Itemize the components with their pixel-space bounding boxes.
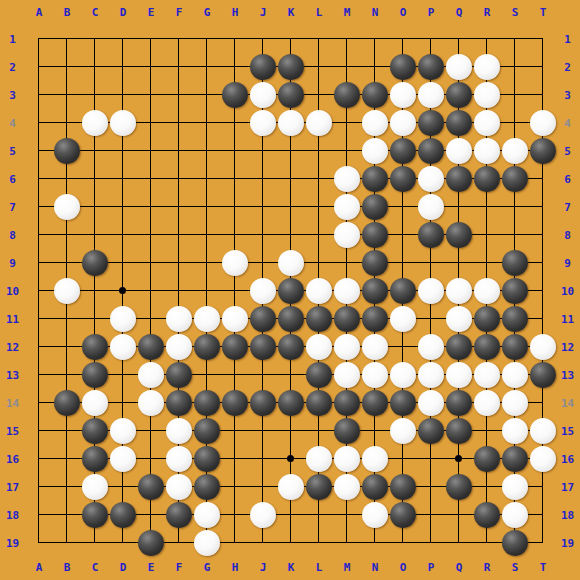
intersection-M18[interactable] <box>333 501 361 529</box>
intersection-O11[interactable] <box>389 305 417 333</box>
intersection-S2[interactable] <box>501 53 529 81</box>
intersection-C10[interactable] <box>81 277 109 305</box>
intersection-L6[interactable] <box>305 165 333 193</box>
intersection-S6[interactable] <box>501 165 529 193</box>
intersection-R9[interactable] <box>473 249 501 277</box>
intersection-D11[interactable] <box>109 305 137 333</box>
intersection-K2[interactable] <box>277 53 305 81</box>
intersection-D19[interactable] <box>109 529 137 557</box>
intersection-J2[interactable] <box>249 53 277 81</box>
intersection-S9[interactable] <box>501 249 529 277</box>
intersection-A9[interactable] <box>25 249 53 277</box>
intersection-P7[interactable] <box>417 193 445 221</box>
intersection-B14[interactable] <box>53 389 81 417</box>
intersection-K11[interactable] <box>277 305 305 333</box>
intersection-K12[interactable] <box>277 333 305 361</box>
intersection-R18[interactable] <box>473 501 501 529</box>
intersection-K8[interactable] <box>277 221 305 249</box>
intersection-R15[interactable] <box>473 417 501 445</box>
intersection-R14[interactable] <box>473 389 501 417</box>
intersection-G18[interactable] <box>193 501 221 529</box>
intersection-T16[interactable] <box>529 445 557 473</box>
intersection-K15[interactable] <box>277 417 305 445</box>
intersection-B12[interactable] <box>53 333 81 361</box>
intersection-R10[interactable] <box>473 277 501 305</box>
intersection-D13[interactable] <box>109 361 137 389</box>
intersection-E9[interactable] <box>137 249 165 277</box>
intersection-S18[interactable] <box>501 501 529 529</box>
intersection-H1[interactable] <box>221 25 249 53</box>
intersection-H4[interactable] <box>221 109 249 137</box>
intersection-H13[interactable] <box>221 361 249 389</box>
intersection-P3[interactable] <box>417 81 445 109</box>
intersection-M11[interactable] <box>333 305 361 333</box>
intersection-P16[interactable] <box>417 445 445 473</box>
intersection-T5[interactable] <box>529 137 557 165</box>
intersection-A14[interactable] <box>25 389 53 417</box>
intersection-S14[interactable] <box>501 389 529 417</box>
intersection-T10[interactable] <box>529 277 557 305</box>
intersection-P6[interactable] <box>417 165 445 193</box>
intersection-P4[interactable] <box>417 109 445 137</box>
intersection-O1[interactable] <box>389 25 417 53</box>
intersection-J16[interactable] <box>249 445 277 473</box>
intersection-J12[interactable] <box>249 333 277 361</box>
intersection-H11[interactable] <box>221 305 249 333</box>
intersection-L8[interactable] <box>305 221 333 249</box>
intersection-F10[interactable] <box>165 277 193 305</box>
intersection-Q12[interactable] <box>445 333 473 361</box>
intersection-E3[interactable] <box>137 81 165 109</box>
intersection-N6[interactable] <box>361 165 389 193</box>
intersection-D7[interactable] <box>109 193 137 221</box>
intersection-B10[interactable] <box>53 277 81 305</box>
intersection-R6[interactable] <box>473 165 501 193</box>
intersection-L3[interactable] <box>305 81 333 109</box>
intersection-G15[interactable] <box>193 417 221 445</box>
intersection-D15[interactable] <box>109 417 137 445</box>
intersection-A18[interactable] <box>25 501 53 529</box>
intersection-R2[interactable] <box>473 53 501 81</box>
intersection-P10[interactable] <box>417 277 445 305</box>
intersection-D8[interactable] <box>109 221 137 249</box>
intersection-D18[interactable] <box>109 501 137 529</box>
intersection-B2[interactable] <box>53 53 81 81</box>
intersection-E10[interactable] <box>137 277 165 305</box>
intersection-P18[interactable] <box>417 501 445 529</box>
intersection-D2[interactable] <box>109 53 137 81</box>
intersection-S4[interactable] <box>501 109 529 137</box>
intersection-E12[interactable] <box>137 333 165 361</box>
intersection-E6[interactable] <box>137 165 165 193</box>
intersection-G7[interactable] <box>193 193 221 221</box>
intersection-C7[interactable] <box>81 193 109 221</box>
intersection-M16[interactable] <box>333 445 361 473</box>
intersection-G3[interactable] <box>193 81 221 109</box>
intersection-K6[interactable] <box>277 165 305 193</box>
intersection-C2[interactable] <box>81 53 109 81</box>
intersection-J19[interactable] <box>249 529 277 557</box>
intersection-H19[interactable] <box>221 529 249 557</box>
intersection-D4[interactable] <box>109 109 137 137</box>
intersection-M12[interactable] <box>333 333 361 361</box>
intersection-K9[interactable] <box>277 249 305 277</box>
intersection-S3[interactable] <box>501 81 529 109</box>
intersection-L15[interactable] <box>305 417 333 445</box>
intersection-S15[interactable] <box>501 417 529 445</box>
intersection-L10[interactable] <box>305 277 333 305</box>
intersection-E16[interactable] <box>137 445 165 473</box>
intersection-P9[interactable] <box>417 249 445 277</box>
intersection-S12[interactable] <box>501 333 529 361</box>
intersection-R8[interactable] <box>473 221 501 249</box>
intersection-P15[interactable] <box>417 417 445 445</box>
intersection-C11[interactable] <box>81 305 109 333</box>
intersection-C12[interactable] <box>81 333 109 361</box>
intersection-L19[interactable] <box>305 529 333 557</box>
intersection-R4[interactable] <box>473 109 501 137</box>
intersection-J3[interactable] <box>249 81 277 109</box>
intersection-H10[interactable] <box>221 277 249 305</box>
intersection-B19[interactable] <box>53 529 81 557</box>
intersection-D12[interactable] <box>109 333 137 361</box>
intersection-R12[interactable] <box>473 333 501 361</box>
intersection-L5[interactable] <box>305 137 333 165</box>
intersection-E14[interactable] <box>137 389 165 417</box>
intersection-N13[interactable] <box>361 361 389 389</box>
intersection-F9[interactable] <box>165 249 193 277</box>
intersection-B6[interactable] <box>53 165 81 193</box>
intersection-L18[interactable] <box>305 501 333 529</box>
intersection-Q19[interactable] <box>445 529 473 557</box>
intersection-K13[interactable] <box>277 361 305 389</box>
intersection-B18[interactable] <box>53 501 81 529</box>
intersection-N14[interactable] <box>361 389 389 417</box>
intersection-H17[interactable] <box>221 473 249 501</box>
intersection-M3[interactable] <box>333 81 361 109</box>
intersection-P12[interactable] <box>417 333 445 361</box>
intersection-S5[interactable] <box>501 137 529 165</box>
intersection-B5[interactable] <box>53 137 81 165</box>
intersection-O8[interactable] <box>389 221 417 249</box>
intersection-D6[interactable] <box>109 165 137 193</box>
intersection-M10[interactable] <box>333 277 361 305</box>
intersection-T2[interactable] <box>529 53 557 81</box>
intersection-G10[interactable] <box>193 277 221 305</box>
intersection-O17[interactable] <box>389 473 417 501</box>
intersection-L17[interactable] <box>305 473 333 501</box>
intersection-A19[interactable] <box>25 529 53 557</box>
intersection-C3[interactable] <box>81 81 109 109</box>
intersection-A6[interactable] <box>25 165 53 193</box>
intersection-N4[interactable] <box>361 109 389 137</box>
intersection-M17[interactable] <box>333 473 361 501</box>
intersection-Q9[interactable] <box>445 249 473 277</box>
intersection-A2[interactable] <box>25 53 53 81</box>
intersection-B15[interactable] <box>53 417 81 445</box>
intersection-K18[interactable] <box>277 501 305 529</box>
intersection-M19[interactable] <box>333 529 361 557</box>
intersection-P8[interactable] <box>417 221 445 249</box>
intersection-B13[interactable] <box>53 361 81 389</box>
intersection-L12[interactable] <box>305 333 333 361</box>
intersection-K19[interactable] <box>277 529 305 557</box>
intersection-Q18[interactable] <box>445 501 473 529</box>
intersection-E13[interactable] <box>137 361 165 389</box>
intersection-B4[interactable] <box>53 109 81 137</box>
intersection-L16[interactable] <box>305 445 333 473</box>
intersection-T4[interactable] <box>529 109 557 137</box>
intersection-M14[interactable] <box>333 389 361 417</box>
intersection-P17[interactable] <box>417 473 445 501</box>
intersection-G6[interactable] <box>193 165 221 193</box>
intersection-B1[interactable] <box>53 25 81 53</box>
intersection-Q13[interactable] <box>445 361 473 389</box>
intersection-N17[interactable] <box>361 473 389 501</box>
intersection-G1[interactable] <box>193 25 221 53</box>
intersection-H8[interactable] <box>221 221 249 249</box>
intersection-G2[interactable] <box>193 53 221 81</box>
intersection-P14[interactable] <box>417 389 445 417</box>
intersection-L2[interactable] <box>305 53 333 81</box>
intersection-H18[interactable] <box>221 501 249 529</box>
intersection-A13[interactable] <box>25 361 53 389</box>
intersection-F15[interactable] <box>165 417 193 445</box>
intersection-R17[interactable] <box>473 473 501 501</box>
intersection-N7[interactable] <box>361 193 389 221</box>
intersection-K4[interactable] <box>277 109 305 137</box>
intersection-A10[interactable] <box>25 277 53 305</box>
intersection-R13[interactable] <box>473 361 501 389</box>
intersection-O15[interactable] <box>389 417 417 445</box>
intersection-Q6[interactable] <box>445 165 473 193</box>
intersection-T12[interactable] <box>529 333 557 361</box>
intersection-N3[interactable] <box>361 81 389 109</box>
intersection-T8[interactable] <box>529 221 557 249</box>
intersection-K7[interactable] <box>277 193 305 221</box>
intersection-T13[interactable] <box>529 361 557 389</box>
intersection-R7[interactable] <box>473 193 501 221</box>
intersection-T7[interactable] <box>529 193 557 221</box>
intersection-F11[interactable] <box>165 305 193 333</box>
intersection-N2[interactable] <box>361 53 389 81</box>
intersection-J10[interactable] <box>249 277 277 305</box>
intersection-A4[interactable] <box>25 109 53 137</box>
intersection-K14[interactable] <box>277 389 305 417</box>
intersection-C4[interactable] <box>81 109 109 137</box>
intersection-H7[interactable] <box>221 193 249 221</box>
intersection-M15[interactable] <box>333 417 361 445</box>
intersection-M6[interactable] <box>333 165 361 193</box>
intersection-S11[interactable] <box>501 305 529 333</box>
intersection-G4[interactable] <box>193 109 221 137</box>
intersection-Q2[interactable] <box>445 53 473 81</box>
intersection-M7[interactable] <box>333 193 361 221</box>
intersection-N5[interactable] <box>361 137 389 165</box>
intersection-Q17[interactable] <box>445 473 473 501</box>
intersection-C13[interactable] <box>81 361 109 389</box>
intersection-O12[interactable] <box>389 333 417 361</box>
intersection-B17[interactable] <box>53 473 81 501</box>
intersection-Q15[interactable] <box>445 417 473 445</box>
intersection-H9[interactable] <box>221 249 249 277</box>
intersection-E11[interactable] <box>137 305 165 333</box>
intersection-R3[interactable] <box>473 81 501 109</box>
intersection-C19[interactable] <box>81 529 109 557</box>
intersection-E7[interactable] <box>137 193 165 221</box>
intersection-J6[interactable] <box>249 165 277 193</box>
intersection-F7[interactable] <box>165 193 193 221</box>
intersection-E5[interactable] <box>137 137 165 165</box>
intersection-G13[interactable] <box>193 361 221 389</box>
intersection-O2[interactable] <box>389 53 417 81</box>
intersection-J9[interactable] <box>249 249 277 277</box>
intersection-K17[interactable] <box>277 473 305 501</box>
intersection-T1[interactable] <box>529 25 557 53</box>
intersection-F14[interactable] <box>165 389 193 417</box>
intersection-T3[interactable] <box>529 81 557 109</box>
intersection-B11[interactable] <box>53 305 81 333</box>
intersection-L11[interactable] <box>305 305 333 333</box>
intersection-D14[interactable] <box>109 389 137 417</box>
intersection-N1[interactable] <box>361 25 389 53</box>
intersection-P1[interactable] <box>417 25 445 53</box>
intersection-D3[interactable] <box>109 81 137 109</box>
intersection-N10[interactable] <box>361 277 389 305</box>
intersection-S16[interactable] <box>501 445 529 473</box>
intersection-O16[interactable] <box>389 445 417 473</box>
intersection-H16[interactable] <box>221 445 249 473</box>
intersection-L1[interactable] <box>305 25 333 53</box>
intersection-F19[interactable] <box>165 529 193 557</box>
intersection-F5[interactable] <box>165 137 193 165</box>
intersection-J18[interactable] <box>249 501 277 529</box>
intersection-C9[interactable] <box>81 249 109 277</box>
intersection-M5[interactable] <box>333 137 361 165</box>
intersection-A8[interactable] <box>25 221 53 249</box>
intersection-K3[interactable] <box>277 81 305 109</box>
intersection-F6[interactable] <box>165 165 193 193</box>
intersection-R1[interactable] <box>473 25 501 53</box>
intersection-Q10[interactable] <box>445 277 473 305</box>
intersection-L14[interactable] <box>305 389 333 417</box>
intersection-T19[interactable] <box>529 529 557 557</box>
intersection-L4[interactable] <box>305 109 333 137</box>
intersection-E18[interactable] <box>137 501 165 529</box>
intersection-A12[interactable] <box>25 333 53 361</box>
intersection-Q11[interactable] <box>445 305 473 333</box>
intersection-B7[interactable] <box>53 193 81 221</box>
intersection-M2[interactable] <box>333 53 361 81</box>
intersection-F4[interactable] <box>165 109 193 137</box>
intersection-S17[interactable] <box>501 473 529 501</box>
intersection-A16[interactable] <box>25 445 53 473</box>
intersection-F8[interactable] <box>165 221 193 249</box>
intersection-Q8[interactable] <box>445 221 473 249</box>
intersection-A17[interactable] <box>25 473 53 501</box>
intersection-Q16[interactable] <box>445 445 473 473</box>
intersection-E2[interactable] <box>137 53 165 81</box>
intersection-T15[interactable] <box>529 417 557 445</box>
intersection-E19[interactable] <box>137 529 165 557</box>
intersection-N8[interactable] <box>361 221 389 249</box>
intersection-R19[interactable] <box>473 529 501 557</box>
intersection-M13[interactable] <box>333 361 361 389</box>
intersection-D17[interactable] <box>109 473 137 501</box>
intersection-F1[interactable] <box>165 25 193 53</box>
intersection-H15[interactable] <box>221 417 249 445</box>
intersection-C6[interactable] <box>81 165 109 193</box>
intersection-S13[interactable] <box>501 361 529 389</box>
intersection-J8[interactable] <box>249 221 277 249</box>
intersection-D9[interactable] <box>109 249 137 277</box>
intersection-N15[interactable] <box>361 417 389 445</box>
intersection-H14[interactable] <box>221 389 249 417</box>
intersection-N9[interactable] <box>361 249 389 277</box>
intersection-T11[interactable] <box>529 305 557 333</box>
intersection-N18[interactable] <box>361 501 389 529</box>
intersection-A3[interactable] <box>25 81 53 109</box>
intersection-B8[interactable] <box>53 221 81 249</box>
intersection-E4[interactable] <box>137 109 165 137</box>
intersection-Q4[interactable] <box>445 109 473 137</box>
intersection-T9[interactable] <box>529 249 557 277</box>
intersection-O3[interactable] <box>389 81 417 109</box>
intersection-G5[interactable] <box>193 137 221 165</box>
intersection-N16[interactable] <box>361 445 389 473</box>
intersection-N11[interactable] <box>361 305 389 333</box>
intersection-T18[interactable] <box>529 501 557 529</box>
intersection-Q7[interactable] <box>445 193 473 221</box>
intersection-K1[interactable] <box>277 25 305 53</box>
intersection-J1[interactable] <box>249 25 277 53</box>
intersection-R5[interactable] <box>473 137 501 165</box>
intersection-S7[interactable] <box>501 193 529 221</box>
intersection-Q1[interactable] <box>445 25 473 53</box>
intersection-A15[interactable] <box>25 417 53 445</box>
intersection-G16[interactable] <box>193 445 221 473</box>
intersection-Q14[interactable] <box>445 389 473 417</box>
intersection-T14[interactable] <box>529 389 557 417</box>
intersection-T6[interactable] <box>529 165 557 193</box>
intersection-O10[interactable] <box>389 277 417 305</box>
intersection-G19[interactable] <box>193 529 221 557</box>
intersection-R11[interactable] <box>473 305 501 333</box>
intersection-B3[interactable] <box>53 81 81 109</box>
intersection-E15[interactable] <box>137 417 165 445</box>
intersection-F16[interactable] <box>165 445 193 473</box>
intersection-L13[interactable] <box>305 361 333 389</box>
intersection-H6[interactable] <box>221 165 249 193</box>
intersection-C14[interactable] <box>81 389 109 417</box>
intersection-H2[interactable] <box>221 53 249 81</box>
intersection-L7[interactable] <box>305 193 333 221</box>
intersection-G17[interactable] <box>193 473 221 501</box>
intersection-R16[interactable] <box>473 445 501 473</box>
intersection-D5[interactable] <box>109 137 137 165</box>
intersection-C15[interactable] <box>81 417 109 445</box>
intersection-K16[interactable] <box>277 445 305 473</box>
intersection-J14[interactable] <box>249 389 277 417</box>
intersection-S19[interactable] <box>501 529 529 557</box>
intersection-A1[interactable] <box>25 25 53 53</box>
intersection-M1[interactable] <box>333 25 361 53</box>
intersection-A5[interactable] <box>25 137 53 165</box>
intersection-M4[interactable] <box>333 109 361 137</box>
intersection-M8[interactable] <box>333 221 361 249</box>
intersection-F18[interactable] <box>165 501 193 529</box>
intersection-S10[interactable] <box>501 277 529 305</box>
